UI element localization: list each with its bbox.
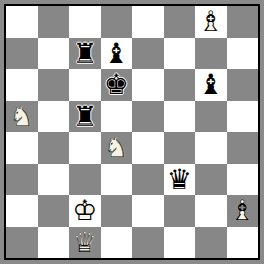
piece-glyph: ♝ [195, 69, 227, 101]
white-queen[interactable]: ♛♕ [69, 227, 101, 259]
square-b4[interactable] [38, 132, 70, 164]
piece-outline-layer: ♕ [69, 227, 101, 259]
square-b8[interactable] [38, 6, 70, 38]
square-a6[interactable] [6, 69, 38, 101]
square-h8[interactable] [227, 6, 259, 38]
square-e5[interactable] [132, 101, 164, 133]
square-f8[interactable] [164, 6, 196, 38]
square-e4[interactable] [132, 132, 164, 164]
white-bishop[interactable]: ♝♗ [195, 6, 227, 38]
square-d5[interactable] [101, 101, 133, 133]
black-bishop[interactable]: ♝ [101, 38, 133, 70]
square-d8[interactable] [101, 6, 133, 38]
square-g3[interactable] [195, 164, 227, 196]
square-c8[interactable] [69, 6, 101, 38]
square-a5[interactable]: ♞♘ [6, 101, 38, 133]
white-knight[interactable]: ♞♘ [101, 132, 133, 164]
square-e1[interactable] [132, 227, 164, 259]
board-border: ♝♗♜♝♚♝♞♘♜♞♘♛♚♔♝♗♛♕ [4, 4, 260, 260]
square-b6[interactable] [38, 69, 70, 101]
square-e2[interactable] [132, 195, 164, 227]
square-c6[interactable] [69, 69, 101, 101]
square-d6[interactable]: ♚ [101, 69, 133, 101]
square-c5[interactable]: ♜ [69, 101, 101, 133]
square-c1[interactable]: ♛♕ [69, 227, 101, 259]
square-d2[interactable] [101, 195, 133, 227]
square-h7[interactable] [227, 38, 259, 70]
square-a2[interactable] [6, 195, 38, 227]
square-a4[interactable] [6, 132, 38, 164]
square-b5[interactable] [38, 101, 70, 133]
piece-outline-layer: ♗ [227, 195, 259, 227]
square-c7[interactable]: ♜ [69, 38, 101, 70]
square-b1[interactable] [38, 227, 70, 259]
piece-glyph: ♜ [69, 101, 101, 133]
piece-glyph: ♜ [69, 38, 101, 70]
square-g5[interactable] [195, 101, 227, 133]
piece-fill-layer: ♛ [69, 227, 101, 259]
square-c2[interactable]: ♚♔ [69, 195, 101, 227]
square-f4[interactable] [164, 132, 196, 164]
square-g2[interactable] [195, 195, 227, 227]
piece-outline-layer: ♔ [69, 195, 101, 227]
square-h2[interactable]: ♝♗ [227, 195, 259, 227]
square-g7[interactable] [195, 38, 227, 70]
square-c4[interactable] [69, 132, 101, 164]
square-g1[interactable] [195, 227, 227, 259]
square-f1[interactable] [164, 227, 196, 259]
square-g6[interactable]: ♝ [195, 69, 227, 101]
black-queen[interactable]: ♛ [164, 164, 196, 196]
square-a7[interactable] [6, 38, 38, 70]
square-a8[interactable] [6, 6, 38, 38]
white-bishop[interactable]: ♝♗ [227, 195, 259, 227]
square-b3[interactable] [38, 164, 70, 196]
square-h4[interactable] [227, 132, 259, 164]
square-h6[interactable] [227, 69, 259, 101]
piece-fill-layer: ♞ [6, 101, 38, 133]
piece-fill-layer: ♞ [101, 132, 133, 164]
piece-glyph: ♚ [101, 69, 133, 101]
square-c3[interactable] [69, 164, 101, 196]
square-g8[interactable]: ♝♗ [195, 6, 227, 38]
square-g4[interactable] [195, 132, 227, 164]
black-rook[interactable]: ♜ [69, 101, 101, 133]
black-king[interactable]: ♚ [101, 69, 133, 101]
piece-glyph: ♝ [101, 38, 133, 70]
square-e7[interactable] [132, 38, 164, 70]
square-f7[interactable] [164, 38, 196, 70]
piece-outline-layer: ♗ [195, 6, 227, 38]
square-h3[interactable] [227, 164, 259, 196]
square-d7[interactable]: ♝ [101, 38, 133, 70]
square-a1[interactable] [6, 227, 38, 259]
square-b7[interactable] [38, 38, 70, 70]
black-bishop[interactable]: ♝ [195, 69, 227, 101]
piece-glyph: ♛ [164, 164, 196, 196]
chess-board: ♝♗♜♝♚♝♞♘♜♞♘♛♚♔♝♗♛♕ [6, 6, 258, 258]
square-e3[interactable] [132, 164, 164, 196]
square-d4[interactable]: ♞♘ [101, 132, 133, 164]
square-a3[interactable] [6, 164, 38, 196]
square-h5[interactable] [227, 101, 259, 133]
piece-fill-layer: ♝ [227, 195, 259, 227]
square-b2[interactable] [38, 195, 70, 227]
square-e6[interactable] [132, 69, 164, 101]
square-h1[interactable] [227, 227, 259, 259]
square-f6[interactable] [164, 69, 196, 101]
black-rook[interactable]: ♜ [69, 38, 101, 70]
piece-outline-layer: ♘ [101, 132, 133, 164]
white-king[interactable]: ♚♔ [69, 195, 101, 227]
board-frame: ♝♗♜♝♚♝♞♘♜♞♘♛♚♔♝♗♛♕ [0, 0, 264, 264]
piece-outline-layer: ♘ [6, 101, 38, 133]
square-f5[interactable] [164, 101, 196, 133]
white-knight[interactable]: ♞♘ [6, 101, 38, 133]
piece-fill-layer: ♚ [69, 195, 101, 227]
square-f3[interactable]: ♛ [164, 164, 196, 196]
square-e8[interactable] [132, 6, 164, 38]
square-d1[interactable] [101, 227, 133, 259]
square-f2[interactable] [164, 195, 196, 227]
piece-fill-layer: ♝ [195, 6, 227, 38]
square-d3[interactable] [101, 164, 133, 196]
